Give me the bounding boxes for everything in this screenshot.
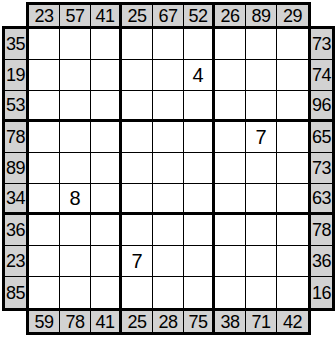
clue-right-row1: 73 <box>311 29 332 60</box>
grid-cell-r5c2[interactable] <box>60 153 91 184</box>
grid-cell-r2c2[interactable] <box>60 60 91 91</box>
grid-cell-r8c6[interactable] <box>184 246 215 277</box>
clue-right-row4: 65 <box>311 122 332 153</box>
grid-cell-r2c6: 4 <box>184 60 215 91</box>
clue-strip-top: 235741256752268929 <box>26 2 311 29</box>
clue-left-row4: 78 <box>5 122 26 153</box>
grid-cell-r7c6[interactable] <box>184 215 215 246</box>
clue-top-col6: 52 <box>184 5 215 26</box>
clue-top-col9: 29 <box>277 5 308 26</box>
grid-cell-r6c3[interactable] <box>91 184 122 215</box>
clue-right-row2: 74 <box>311 60 332 91</box>
grid-cell-r1c8[interactable] <box>246 29 277 60</box>
clue-top-col5: 67 <box>153 5 184 26</box>
grid-cell-r9c7[interactable] <box>215 277 246 308</box>
grid-cell-r9c8[interactable] <box>246 277 277 308</box>
sudoku-grid: 4787 <box>26 26 311 311</box>
grid-cell-r1c1[interactable] <box>29 29 60 60</box>
grid-cell-r9c6[interactable] <box>184 277 215 308</box>
grid-cell-r2c9[interactable] <box>277 60 308 91</box>
grid-cell-r2c1[interactable] <box>29 60 60 91</box>
grid-cell-r5c6[interactable] <box>184 153 215 184</box>
grid-cell-r7c4[interactable] <box>122 215 153 246</box>
grid-cell-r4c3[interactable] <box>91 122 122 153</box>
grid-cell-r1c4[interactable] <box>122 29 153 60</box>
grid-cell-r7c9[interactable] <box>277 215 308 246</box>
grid-cell-r4c9[interactable] <box>277 122 308 153</box>
grid-cell-r6c1[interactable] <box>29 184 60 215</box>
grid-cell-r1c6[interactable] <box>184 29 215 60</box>
grid-cell-r5c8[interactable] <box>246 153 277 184</box>
frame-sudoku-board: 235741256752268929 351953788934362385 47… <box>0 0 336 340</box>
grid-cell-r1c7[interactable] <box>215 29 246 60</box>
grid-cell-r4c5[interactable] <box>153 122 184 153</box>
clue-top-col7: 26 <box>215 5 246 26</box>
clue-left-row3: 53 <box>5 91 26 122</box>
grid-cell-r5c3[interactable] <box>91 153 122 184</box>
grid-cell-r7c8[interactable] <box>246 215 277 246</box>
clue-bottom-col6: 75 <box>184 311 215 332</box>
grid-cell-r2c7[interactable] <box>215 60 246 91</box>
grid-cell-r4c4[interactable] <box>122 122 153 153</box>
clue-right-row9: 16 <box>311 277 332 308</box>
grid-cell-r4c7[interactable] <box>215 122 246 153</box>
grid-cell-r2c8[interactable] <box>246 60 277 91</box>
grid-cell-r8c9[interactable] <box>277 246 308 277</box>
grid-cell-r3c2[interactable] <box>60 91 91 122</box>
grid-cell-r4c6[interactable] <box>184 122 215 153</box>
grid-cell-r7c3[interactable] <box>91 215 122 246</box>
clue-bottom-col9: 42 <box>277 311 308 332</box>
grid-cell-r1c9[interactable] <box>277 29 308 60</box>
grid-cell-r3c4[interactable] <box>122 91 153 122</box>
grid-cell-r1c2[interactable] <box>60 29 91 60</box>
grid-cell-r5c7[interactable] <box>215 153 246 184</box>
grid-cell-r6c2: 8 <box>60 184 91 215</box>
grid-cell-r6c9[interactable] <box>277 184 308 215</box>
grid-cell-r6c5[interactable] <box>153 184 184 215</box>
clue-right-row8: 36 <box>311 246 332 277</box>
grid-cell-r9c2[interactable] <box>60 277 91 308</box>
clue-left-row2: 19 <box>5 60 26 91</box>
grid-cell-r9c3[interactable] <box>91 277 122 308</box>
grid-cell-r3c6[interactable] <box>184 91 215 122</box>
clue-bottom-col7: 38 <box>215 311 246 332</box>
grid-cell-r9c9[interactable] <box>277 277 308 308</box>
grid-cell-r8c4: 7 <box>122 246 153 277</box>
clue-bottom-col8: 71 <box>246 311 277 332</box>
clue-strip-right: 737496657363783616 <box>308 26 335 311</box>
grid-cell-r6c7[interactable] <box>215 184 246 215</box>
grid-cell-r8c5[interactable] <box>153 246 184 277</box>
clue-top-col2: 57 <box>60 5 91 26</box>
grid-cell-r1c5[interactable] <box>153 29 184 60</box>
grid-cell-r4c8: 7 <box>246 122 277 153</box>
clue-left-row7: 36 <box>5 215 26 246</box>
clue-right-row7: 78 <box>311 215 332 246</box>
grid-cell-r8c7[interactable] <box>215 246 246 277</box>
grid-cell-r5c5[interactable] <box>153 153 184 184</box>
grid-cell-r3c9[interactable] <box>277 91 308 122</box>
grid-cell-r7c1[interactable] <box>29 215 60 246</box>
grid-cell-r8c8[interactable] <box>246 246 277 277</box>
clue-bottom-col5: 28 <box>153 311 184 332</box>
grid-cell-r1c3[interactable] <box>91 29 122 60</box>
clue-bottom-col2: 78 <box>60 311 91 332</box>
clue-top-col1: 23 <box>29 5 60 26</box>
clue-right-row6: 63 <box>311 184 332 215</box>
grid-cell-r7c2[interactable] <box>60 215 91 246</box>
grid-cell-r4c1[interactable] <box>29 122 60 153</box>
clue-right-row5: 73 <box>311 153 332 184</box>
grid-cell-r6c4[interactable] <box>122 184 153 215</box>
grid-cell-r3c5[interactable] <box>153 91 184 122</box>
grid-cell-r7c5[interactable] <box>153 215 184 246</box>
grid-cell-r5c4[interactable] <box>122 153 153 184</box>
grid-cell-r2c5[interactable] <box>153 60 184 91</box>
clue-bottom-col4: 25 <box>122 311 153 332</box>
grid-cell-r9c5[interactable] <box>153 277 184 308</box>
grid-cell-r8c3[interactable] <box>91 246 122 277</box>
clue-right-row3: 96 <box>311 91 332 122</box>
clue-strip-bottom: 597841252875387142 <box>26 308 311 335</box>
grid-cell-r3c7[interactable] <box>215 91 246 122</box>
grid-cell-r9c1[interactable] <box>29 277 60 308</box>
grid-cell-r6c8[interactable] <box>246 184 277 215</box>
grid-cell-r5c9[interactable] <box>277 153 308 184</box>
grid-cell-r3c1[interactable] <box>29 91 60 122</box>
clue-strip-left: 351953788934362385 <box>2 26 29 311</box>
clue-bottom-col3: 41 <box>91 311 122 332</box>
grid-cell-r5c1[interactable] <box>29 153 60 184</box>
clue-top-col8: 89 <box>246 5 277 26</box>
grid-cell-r9c4[interactable] <box>122 277 153 308</box>
grid-cell-r2c3[interactable] <box>91 60 122 91</box>
grid-cell-r2c4[interactable] <box>122 60 153 91</box>
grid-cell-r6c6[interactable] <box>184 184 215 215</box>
clue-left-row1: 35 <box>5 29 26 60</box>
clue-left-row8: 23 <box>5 246 26 277</box>
grid-cell-r8c1[interactable] <box>29 246 60 277</box>
grid-cell-r4c2[interactable] <box>60 122 91 153</box>
grid-cell-r8c2[interactable] <box>60 246 91 277</box>
clue-bottom-col1: 59 <box>29 311 60 332</box>
clue-top-col4: 25 <box>122 5 153 26</box>
grid-cell-r3c3[interactable] <box>91 91 122 122</box>
grid-cell-r3c8[interactable] <box>246 91 277 122</box>
clue-left-row9: 85 <box>5 277 26 308</box>
clue-top-col3: 41 <box>91 5 122 26</box>
clue-left-row6: 34 <box>5 184 26 215</box>
clue-left-row5: 89 <box>5 153 26 184</box>
grid-cell-r7c7[interactable] <box>215 215 246 246</box>
